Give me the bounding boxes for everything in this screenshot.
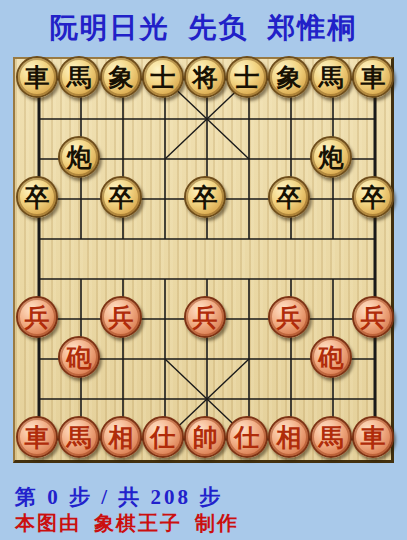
piece-black-馬[interactable]: 馬 — [58, 56, 100, 98]
piece-black-卒[interactable]: 卒 — [100, 176, 142, 218]
piece-black-卒[interactable]: 卒 — [16, 176, 58, 218]
xiangqi-board[interactable]: 車馬象士将士象馬車炮炮卒卒卒卒卒兵兵兵兵兵砲砲車馬相仕帥仕相馬車 — [13, 57, 394, 463]
piece-red-兵[interactable]: 兵 — [352, 296, 394, 338]
piece-black-卒[interactable]: 卒 — [268, 176, 310, 218]
piece-red-兵[interactable]: 兵 — [100, 296, 142, 338]
piece-red-砲[interactable]: 砲 — [310, 336, 352, 378]
piece-red-馬[interactable]: 馬 — [58, 416, 100, 458]
xiangqi-app-window: 阮明日光 先负 郑惟桐 車馬象士将士象馬車炮炮卒卒卒卒卒兵兵兵兵兵砲砲車馬相仕帥… — [0, 0, 407, 540]
piece-black-士[interactable]: 士 — [142, 56, 184, 98]
piece-red-仕[interactable]: 仕 — [142, 416, 184, 458]
credit-text: 本图由 象棋王子 制作 — [15, 510, 239, 537]
piece-red-兵[interactable]: 兵 — [268, 296, 310, 338]
piece-black-馬[interactable]: 馬 — [310, 56, 352, 98]
piece-red-車[interactable]: 車 — [16, 416, 58, 458]
move-counter: 第 0 步 / 共 208 步 — [15, 483, 223, 511]
piece-red-帥[interactable]: 帥 — [184, 416, 226, 458]
piece-black-卒[interactable]: 卒 — [352, 176, 394, 218]
piece-red-砲[interactable]: 砲 — [58, 336, 100, 378]
piece-black-炮[interactable]: 炮 — [58, 136, 100, 178]
piece-red-仕[interactable]: 仕 — [226, 416, 268, 458]
piece-black-士[interactable]: 士 — [226, 56, 268, 98]
piece-red-車[interactable]: 車 — [352, 416, 394, 458]
piece-black-車[interactable]: 車 — [16, 56, 58, 98]
piece-black-象[interactable]: 象 — [100, 56, 142, 98]
piece-black-卒[interactable]: 卒 — [184, 176, 226, 218]
piece-black-象[interactable]: 象 — [268, 56, 310, 98]
piece-black-将[interactable]: 将 — [184, 56, 226, 98]
piece-red-相[interactable]: 相 — [268, 416, 310, 458]
game-title: 阮明日光 先负 郑惟桐 — [0, 9, 407, 47]
piece-red-相[interactable]: 相 — [100, 416, 142, 458]
piece-black-炮[interactable]: 炮 — [310, 136, 352, 178]
pieces-layer: 車馬象士将士象馬車炮炮卒卒卒卒卒兵兵兵兵兵砲砲車馬相仕帥仕相馬車 — [15, 59, 391, 460]
piece-red-馬[interactable]: 馬 — [310, 416, 352, 458]
piece-black-車[interactable]: 車 — [352, 56, 394, 98]
piece-red-兵[interactable]: 兵 — [16, 296, 58, 338]
piece-red-兵[interactable]: 兵 — [184, 296, 226, 338]
